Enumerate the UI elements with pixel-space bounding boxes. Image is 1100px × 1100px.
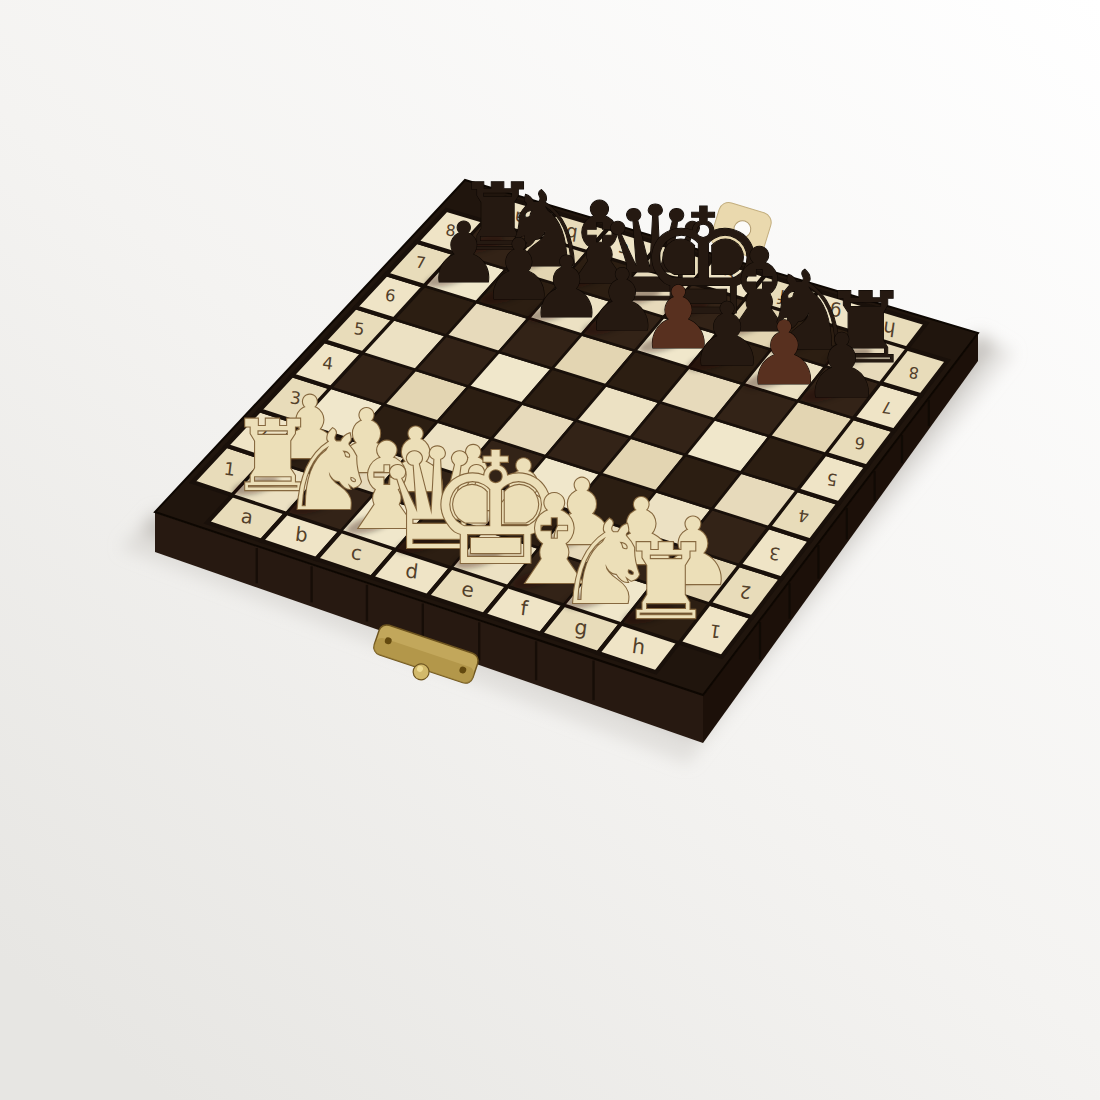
chess-set-photo: aabbccddeeffgghh1122334455667788♜♞♟♝♟♛♚♟… bbox=[0, 0, 1100, 1100]
piece-white-rook-h1[interactable]: ♜ bbox=[619, 522, 712, 643]
piece-black-pawn-h7[interactable]: ♟ bbox=[802, 315, 882, 418]
